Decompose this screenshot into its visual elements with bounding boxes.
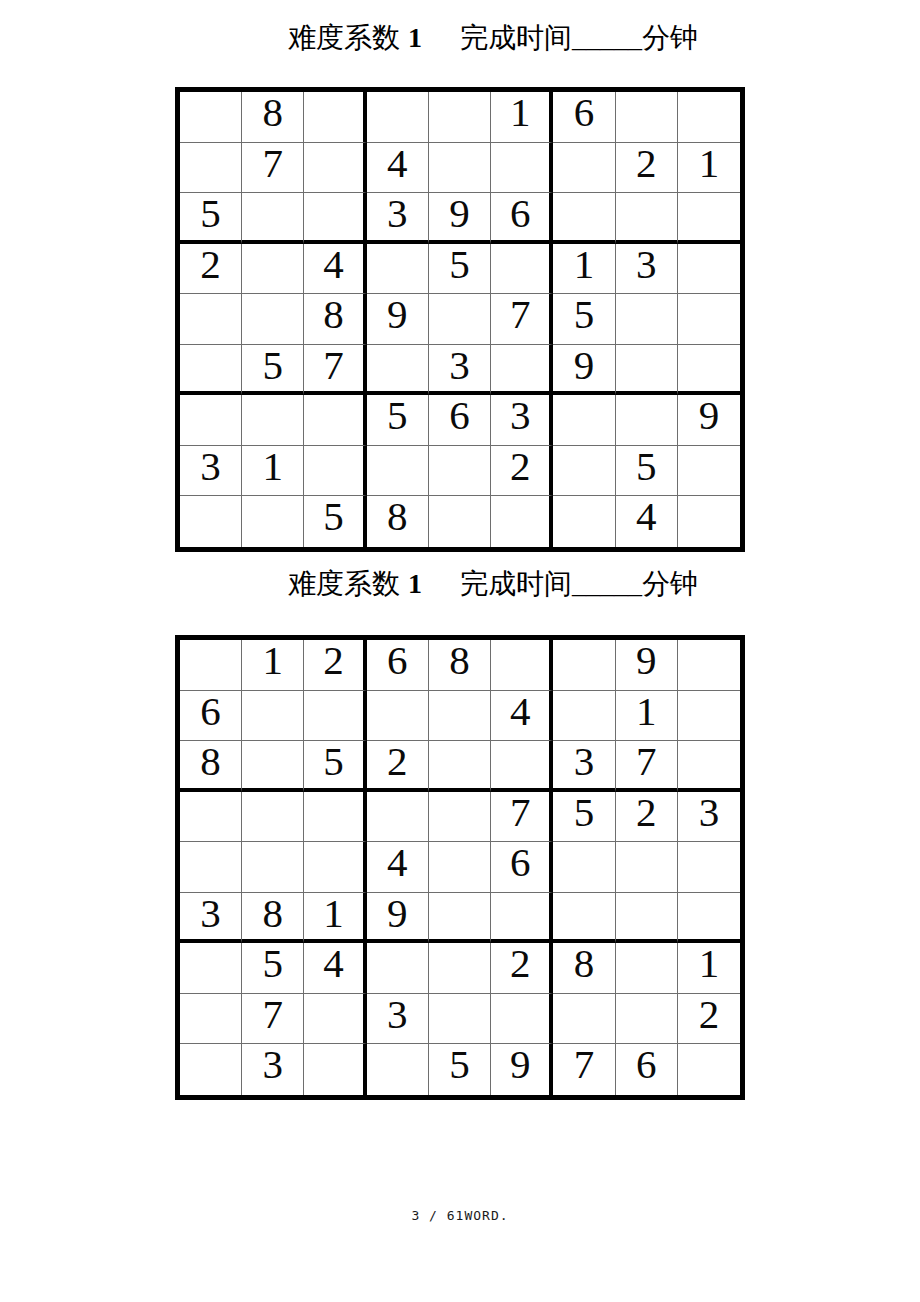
- document-page: 难度系数1完成时间_____分钟 81674215396245138975573…: [0, 0, 920, 1302]
- puzzle1-cell-r4c9: [678, 244, 740, 295]
- puzzle2-cell-r3c2: [242, 741, 304, 792]
- puzzle1-cell-r1c1: [180, 92, 242, 143]
- puzzle1-cell-r3c9: [678, 193, 740, 244]
- puzzle1-cell-r2c4: 4: [367, 143, 429, 194]
- puzzle1-cell-r9c7: [553, 496, 615, 547]
- puzzle1-cell-r4c4: [367, 244, 429, 295]
- puzzle2-cell-r6c4: 9: [367, 893, 429, 944]
- puzzle1-cell-r9c9: [678, 496, 740, 547]
- puzzle-2-title: 难度系数1完成时间_____分钟: [288, 568, 698, 600]
- puzzle1-cell-r8c5: [429, 446, 491, 497]
- puzzle2-cell-r5c9: [678, 842, 740, 893]
- puzzle1-cell-r5c7: 5: [553, 294, 615, 345]
- puzzle1-cell-r6c5: 3: [429, 345, 491, 396]
- puzzle2-cell-r6c2: 8: [242, 893, 304, 944]
- puzzle1-cell-r4c5: 5: [429, 244, 491, 295]
- puzzle1-cell-r6c1: [180, 345, 242, 396]
- puzzle2-cell-r6c3: 1: [304, 893, 366, 944]
- puzzle2-cell-r8c4: 3: [367, 994, 429, 1045]
- puzzle2-cell-r5c3: [304, 842, 366, 893]
- puzzle2-cell-r1c7: [553, 640, 615, 691]
- puzzle2-cell-r7c7: 8: [553, 943, 615, 994]
- puzzle2-cell-r5c6: 6: [491, 842, 553, 893]
- puzzle-1-title: 难度系数1完成时间_____分钟: [288, 22, 698, 54]
- puzzle2-cell-r1c3: 2: [304, 640, 366, 691]
- puzzle1-cell-r5c6: 7: [491, 294, 553, 345]
- puzzle2-cell-r5c8: [616, 842, 678, 893]
- puzzle2-cell-r4c6: 7: [491, 792, 553, 843]
- puzzle2-cell-r2c8: 1: [616, 691, 678, 742]
- puzzle1-cell-r2c9: 1: [678, 143, 740, 194]
- puzzle2-cell-r2c4: [367, 691, 429, 742]
- time-blank-line: _____: [572, 22, 642, 53]
- puzzle2-cell-r5c5: [429, 842, 491, 893]
- puzzle2-cell-r3c6: [491, 741, 553, 792]
- puzzle1-cell-r1c3: [304, 92, 366, 143]
- page-number: 3 / 61WORD.: [0, 1208, 920, 1223]
- puzzle2-cell-r4c1: [180, 792, 242, 843]
- puzzle2-cell-r9c7: 7: [553, 1044, 615, 1095]
- puzzle2-cell-r9c5: 5: [429, 1044, 491, 1095]
- puzzle1-cell-r8c9: [678, 446, 740, 497]
- difficulty-value: 1: [400, 22, 422, 53]
- puzzle2-cell-r3c7: 3: [553, 741, 615, 792]
- puzzle2-cell-r6c8: [616, 893, 678, 944]
- puzzle1-cell-r8c2: 1: [242, 446, 304, 497]
- puzzle1-cell-r4c3: 4: [304, 244, 366, 295]
- puzzle1-cell-r8c8: 5: [616, 446, 678, 497]
- puzzle1-cell-r1c4: [367, 92, 429, 143]
- puzzle1-cell-r5c4: 9: [367, 294, 429, 345]
- puzzle2-cell-r8c5: [429, 994, 491, 1045]
- puzzle2-cell-r7c8: [616, 943, 678, 994]
- puzzle1-cell-r3c2: [242, 193, 304, 244]
- puzzle1-cell-r7c9: 9: [678, 395, 740, 446]
- puzzle1-cell-r9c5: [429, 496, 491, 547]
- puzzle1-cell-r4c6: [491, 244, 553, 295]
- puzzle1-cell-r2c7: [553, 143, 615, 194]
- puzzle1-cell-r2c5: [429, 143, 491, 194]
- puzzle2-cell-r9c1: [180, 1044, 242, 1095]
- puzzle1-cell-r6c4: [367, 345, 429, 396]
- puzzle2-cell-r1c1: [180, 640, 242, 691]
- puzzle2-cell-r7c5: [429, 943, 491, 994]
- puzzle1-cell-r7c6: 3: [491, 395, 553, 446]
- puzzle2-cell-r6c6: [491, 893, 553, 944]
- puzzle1-cell-r7c5: 6: [429, 395, 491, 446]
- puzzle2-cell-r7c4: [367, 943, 429, 994]
- puzzle2-cell-r9c4: [367, 1044, 429, 1095]
- puzzle1-cell-r3c5: 9: [429, 193, 491, 244]
- puzzle2-cell-r2c3: [304, 691, 366, 742]
- puzzle1-cell-r4c1: 2: [180, 244, 242, 295]
- puzzle1-cell-r6c7: 9: [553, 345, 615, 396]
- puzzle1-cell-r6c8: [616, 345, 678, 396]
- puzzle2-cell-r8c1: [180, 994, 242, 1045]
- puzzle2-cell-r7c2: 5: [242, 943, 304, 994]
- puzzle1-cell-r1c5: [429, 92, 491, 143]
- puzzle2-cell-r5c7: [553, 842, 615, 893]
- puzzle2-cell-r8c7: [553, 994, 615, 1045]
- puzzle2-cell-r5c1: [180, 842, 242, 893]
- time-label: 完成时间: [460, 22, 572, 53]
- puzzle1-cell-r8c7: [553, 446, 615, 497]
- puzzle1-cell-r5c5: [429, 294, 491, 345]
- puzzle1-cell-r5c8: [616, 294, 678, 345]
- puzzle1-cell-r2c6: [491, 143, 553, 194]
- puzzle2-cell-r2c5: [429, 691, 491, 742]
- puzzle2-cell-r6c7: [553, 893, 615, 944]
- puzzle2-cell-r4c5: [429, 792, 491, 843]
- puzzle2-cell-r6c1: 3: [180, 893, 242, 944]
- puzzle1-cell-r9c2: [242, 496, 304, 547]
- puzzle2-cell-r2c6: 4: [491, 691, 553, 742]
- puzzle2-cell-r2c2: [242, 691, 304, 742]
- puzzle2-cell-r3c3: 5: [304, 741, 366, 792]
- puzzle2-cell-r3c1: 8: [180, 741, 242, 792]
- puzzle1-cell-r3c6: 6: [491, 193, 553, 244]
- puzzle2-cell-r4c8: 2: [616, 792, 678, 843]
- puzzle2-cell-r8c2: 7: [242, 994, 304, 1045]
- puzzle1-cell-r8c1: 3: [180, 446, 242, 497]
- difficulty-label: 难度系数: [288, 568, 400, 599]
- puzzle1-cell-r7c3: [304, 395, 366, 446]
- puzzle2-cell-r7c9: 1: [678, 943, 740, 994]
- puzzle2-cell-r7c3: 4: [304, 943, 366, 994]
- puzzle1-cell-r4c7: 1: [553, 244, 615, 295]
- puzzle2-cell-r9c3: [304, 1044, 366, 1095]
- puzzle2-cell-r3c4: 2: [367, 741, 429, 792]
- puzzle2-cell-r4c4: [367, 792, 429, 843]
- puzzle1-cell-r7c7: [553, 395, 615, 446]
- puzzle2-cell-r1c6: [491, 640, 553, 691]
- sudoku-board-2: 126896418523775234638195428173235976: [175, 635, 745, 1100]
- puzzle1-cell-r6c2: 5: [242, 345, 304, 396]
- difficulty-label: 难度系数: [288, 22, 400, 53]
- puzzle1-cell-r9c8: 4: [616, 496, 678, 547]
- puzzle1-cell-r1c6: 1: [491, 92, 553, 143]
- puzzle2-cell-r4c9: 3: [678, 792, 740, 843]
- puzzle1-cell-r9c6: [491, 496, 553, 547]
- puzzle1-cell-r2c1: [180, 143, 242, 194]
- puzzle1-cell-r8c4: [367, 446, 429, 497]
- puzzle1-cell-r2c3: [304, 143, 366, 194]
- puzzle2-cell-r7c1: [180, 943, 242, 994]
- puzzle1-cell-r3c1: 5: [180, 193, 242, 244]
- puzzle2-cell-r3c8: 7: [616, 741, 678, 792]
- puzzle1-cell-r4c2: [242, 244, 304, 295]
- puzzle1-cell-r5c1: [180, 294, 242, 345]
- difficulty-value: 1: [400, 568, 422, 599]
- puzzle2-cell-r9c6: 9: [491, 1044, 553, 1095]
- sudoku-board-1: 81674215396245138975573956393125584: [175, 87, 745, 552]
- puzzle2-cell-r6c5: [429, 893, 491, 944]
- puzzle2-cell-r3c5: [429, 741, 491, 792]
- puzzle2-cell-r9c2: 3: [242, 1044, 304, 1095]
- puzzle1-cell-r5c9: [678, 294, 740, 345]
- puzzle1-cell-r1c7: 6: [553, 92, 615, 143]
- puzzle1-cell-r9c1: [180, 496, 242, 547]
- puzzle1-cell-r1c8: [616, 92, 678, 143]
- puzzle1-cell-r5c3: 8: [304, 294, 366, 345]
- puzzle2-cell-r3c9: [678, 741, 740, 792]
- puzzle2-cell-r5c4: 4: [367, 842, 429, 893]
- puzzle1-cell-r4c8: 3: [616, 244, 678, 295]
- puzzle1-cell-r8c3: [304, 446, 366, 497]
- puzzle1-cell-r3c8: [616, 193, 678, 244]
- puzzle1-cell-r7c4: 5: [367, 395, 429, 446]
- puzzle1-cell-r2c8: 2: [616, 143, 678, 194]
- puzzle2-cell-r4c2: [242, 792, 304, 843]
- puzzle1-cell-r6c9: [678, 345, 740, 396]
- puzzle2-cell-r1c5: 8: [429, 640, 491, 691]
- puzzle2-cell-r8c9: 2: [678, 994, 740, 1045]
- time-label: 完成时间: [460, 568, 572, 599]
- time-unit-label: 分钟: [642, 22, 698, 53]
- puzzle1-cell-r1c9: [678, 92, 740, 143]
- puzzle2-cell-r1c8: 9: [616, 640, 678, 691]
- puzzle2-cell-r7c6: 2: [491, 943, 553, 994]
- puzzle2-cell-r2c9: [678, 691, 740, 742]
- puzzle1-cell-r5c2: [242, 294, 304, 345]
- puzzle2-cell-r1c9: [678, 640, 740, 691]
- puzzle1-cell-r3c3: [304, 193, 366, 244]
- puzzle1-cell-r6c3: 7: [304, 345, 366, 396]
- puzzle2-cell-r9c8: 6: [616, 1044, 678, 1095]
- puzzle1-cell-r7c1: [180, 395, 242, 446]
- puzzle1-cell-r6c6: [491, 345, 553, 396]
- puzzle2-cell-r6c9: [678, 893, 740, 944]
- puzzle2-cell-r1c4: 6: [367, 640, 429, 691]
- puzzle2-cell-r8c3: [304, 994, 366, 1045]
- time-unit-label: 分钟: [642, 568, 698, 599]
- puzzle1-cell-r7c2: [242, 395, 304, 446]
- puzzle1-cell-r2c2: 7: [242, 143, 304, 194]
- puzzle2-cell-r1c2: 1: [242, 640, 304, 691]
- puzzle2-cell-r9c9: [678, 1044, 740, 1095]
- puzzle2-cell-r4c3: [304, 792, 366, 843]
- puzzle1-cell-r7c8: [616, 395, 678, 446]
- puzzle1-cell-r1c2: 8: [242, 92, 304, 143]
- puzzle2-cell-r4c7: 5: [553, 792, 615, 843]
- puzzle2-cell-r2c7: [553, 691, 615, 742]
- puzzle1-cell-r9c3: 5: [304, 496, 366, 547]
- puzzle2-cell-r2c1: 6: [180, 691, 242, 742]
- puzzle1-cell-r8c6: 2: [491, 446, 553, 497]
- puzzle2-cell-r8c8: [616, 994, 678, 1045]
- puzzle1-cell-r9c4: 8: [367, 496, 429, 547]
- time-blank-line: _____: [572, 568, 642, 599]
- puzzle1-cell-r3c4: 3: [367, 193, 429, 244]
- puzzle1-cell-r3c7: [553, 193, 615, 244]
- puzzle2-cell-r5c2: [242, 842, 304, 893]
- puzzle2-cell-r8c6: [491, 994, 553, 1045]
